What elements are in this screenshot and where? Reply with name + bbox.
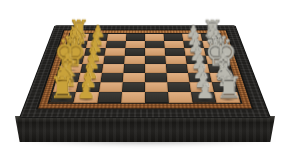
square-r0c0[interactable]: ♜ (69, 34, 90, 41)
square-r4c0[interactable]: ♚ (59, 64, 83, 73)
square-r3c3[interactable] (124, 56, 145, 64)
square-r5c1[interactable]: ♟ (78, 73, 102, 82)
square-r3c5[interactable] (165, 56, 187, 64)
square-r4c3[interactable] (123, 64, 145, 73)
square-r1c2[interactable] (106, 41, 126, 48)
square-r7c5[interactable] (168, 92, 193, 103)
square-r5c4[interactable] (145, 73, 167, 82)
square-r2c7[interactable]: ♝ (204, 48, 226, 56)
square-r3c4[interactable] (145, 56, 166, 64)
square-r3c6[interactable]: ♟ (186, 56, 208, 64)
square-r6c4[interactable] (145, 82, 168, 92)
square-r4c7[interactable]: ♚ (208, 64, 232, 73)
square-r7c1[interactable]: ♟ (73, 92, 98, 103)
square-r6c5[interactable] (167, 82, 191, 92)
square-r4c1[interactable]: ♟ (80, 64, 103, 73)
square-r5c3[interactable] (123, 73, 145, 82)
square-r3c1[interactable]: ♟ (82, 56, 104, 64)
square-r1c7[interactable]: ♞ (202, 41, 223, 48)
square-r5c5[interactable] (167, 73, 190, 82)
square-r5c0[interactable]: ♝ (56, 73, 80, 82)
square-r1c6[interactable]: ♟ (183, 41, 204, 48)
square-r6c2[interactable] (99, 82, 123, 92)
square-r5c7[interactable]: ♝ (210, 73, 234, 82)
square-r3c2[interactable] (103, 56, 125, 64)
decorative-copper-trim: ♜♟♟♜♞♟♟♞♝♟♟♝♛♟♟♛♚♟♟♚♝♟♟♝♞♟♟♞♜♟♟♜ (36, 30, 254, 110)
square-r7c3[interactable] (121, 92, 145, 103)
square-r2c3[interactable] (125, 48, 145, 56)
square-r4c2[interactable] (102, 64, 124, 73)
square-r1c5[interactable] (164, 41, 184, 48)
square-r7c6[interactable]: ♟ (191, 92, 216, 103)
square-r0c2[interactable] (107, 34, 127, 41)
chess-board: ♜♟♟♜♞♟♟♞♝♟♟♝♛♟♟♛♚♟♟♚♝♟♟♝♞♟♟♞♜♟♟♜ (47, 33, 242, 104)
square-r2c1[interactable]: ♟ (84, 48, 105, 56)
square-r2c6[interactable]: ♟ (184, 48, 205, 56)
square-r6c3[interactable] (122, 82, 145, 92)
piece-bR: ♜ (201, 17, 222, 41)
square-r1c4[interactable] (145, 41, 165, 48)
piece-bP: ♟ (185, 24, 200, 41)
square-r6c6[interactable]: ♟ (190, 82, 215, 92)
square-r4c4[interactable] (145, 64, 167, 73)
square-r0c7[interactable]: ♜ (201, 34, 222, 41)
square-r6c1[interactable]: ♟ (76, 82, 101, 92)
square-r3c7[interactable]: ♛ (206, 56, 229, 64)
piece-wP: ♟ (90, 24, 105, 41)
box-top-frame: ♜♟♟♜♞♟♟♞♝♟♟♝♛♟♟♛♚♟♟♚♝♟♟♝♞♟♟♞♜♟♟♜ (19, 25, 271, 118)
square-r2c0[interactable]: ♝ (64, 48, 86, 56)
square-r2c4[interactable] (145, 48, 165, 56)
square-r7c2[interactable] (97, 92, 122, 103)
square-r1c1[interactable]: ♟ (86, 41, 107, 48)
square-r7c4[interactable] (145, 92, 169, 103)
square-r4c5[interactable] (166, 64, 188, 73)
square-r7c7[interactable]: ♜ (214, 92, 240, 103)
square-r2c2[interactable] (104, 48, 125, 56)
square-r4c6[interactable]: ♟ (187, 64, 210, 73)
square-r2c5[interactable] (165, 48, 186, 56)
square-r0c3[interactable] (126, 34, 145, 41)
square-r0c1[interactable]: ♟ (88, 34, 108, 41)
square-r1c0[interactable]: ♞ (66, 41, 87, 48)
square-r6c7[interactable]: ♞ (212, 82, 237, 92)
square-r1c3[interactable] (125, 41, 145, 48)
square-r0c4[interactable] (145, 34, 164, 41)
square-r6c0[interactable]: ♞ (53, 82, 78, 92)
piece-wR: ♜ (68, 17, 89, 41)
square-r5c6[interactable]: ♟ (188, 73, 212, 82)
box-front-face (15, 116, 275, 142)
square-r3c0[interactable]: ♛ (61, 56, 84, 64)
square-r5c2[interactable] (100, 73, 123, 82)
square-r0c5[interactable] (164, 34, 184, 41)
chess-set-photo: ♜♟♟♜♞♟♟♞♝♟♟♝♛♟♟♛♚♟♟♚♝♟♟♝♞♟♟♞♜♟♟♜ (0, 0, 290, 154)
square-r0c6[interactable]: ♟ (182, 34, 202, 41)
square-r7c0[interactable]: ♜ (50, 92, 76, 103)
